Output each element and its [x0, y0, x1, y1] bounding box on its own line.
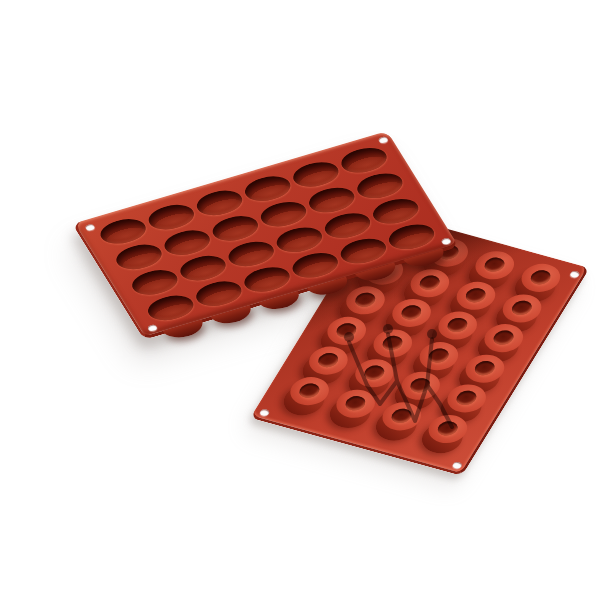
- mold-cavity: [207, 212, 264, 246]
- corner-hole: [569, 270, 581, 278]
- product-photo-canvas: [0, 0, 600, 600]
- mold-cavity: [111, 240, 168, 274]
- underside-bump: [162, 319, 208, 341]
- mold-cavity: [143, 200, 200, 234]
- cavity-grid: [75, 131, 387, 223]
- mold-cavity: [303, 183, 360, 217]
- underside-bump: [211, 305, 257, 327]
- mold-cavity: [271, 223, 328, 257]
- underside-bump: [259, 291, 305, 313]
- mold-cavity: [367, 194, 424, 228]
- mold-cavity: [95, 214, 152, 248]
- mold-cavity: [255, 197, 312, 231]
- mold-cavity: [127, 265, 184, 299]
- mold-cavity: [159, 226, 216, 260]
- mold-cavity: [239, 263, 296, 297]
- mold-cavity: [239, 172, 296, 206]
- mold-cavity: [383, 220, 440, 254]
- corner-hole: [440, 237, 452, 245]
- mold-cavity: [175, 251, 232, 285]
- mold-cavity: [191, 186, 248, 220]
- mold-cavity: [288, 158, 345, 192]
- mold-cavity: [287, 248, 344, 282]
- mold-cavity: [223, 237, 280, 271]
- mold-cavity: [336, 143, 393, 177]
- corner-hole: [147, 324, 159, 332]
- mold-cavity: [142, 291, 199, 325]
- crown-watermark-icon: [336, 318, 461, 436]
- mold-cavity: [352, 169, 409, 203]
- mold-cavity: [191, 277, 248, 311]
- corner-hole: [259, 408, 271, 416]
- corner-hole: [84, 223, 96, 231]
- mold-cavity: [335, 234, 392, 268]
- mold-cavity: [319, 209, 376, 243]
- corner-hole: [377, 136, 389, 144]
- corner-hole: [451, 461, 463, 469]
